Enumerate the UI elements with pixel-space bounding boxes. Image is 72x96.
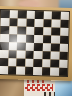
square-g6 xyxy=(51,27,60,35)
square-b4 xyxy=(8,42,17,50)
square-a5 xyxy=(0,34,9,42)
square-e7 xyxy=(34,19,43,27)
square-h2 xyxy=(59,60,68,68)
square-g7 xyxy=(51,19,60,27)
square-d2 xyxy=(25,59,34,67)
square-f5 xyxy=(43,35,52,43)
square-d5 xyxy=(26,35,35,43)
square-b5 xyxy=(9,34,18,42)
square-b7 xyxy=(9,18,18,26)
square-a8 xyxy=(1,10,10,18)
chessboard-inner-border xyxy=(0,9,70,77)
square-e4 xyxy=(34,43,43,51)
square-e3 xyxy=(34,51,43,59)
square-d4 xyxy=(25,43,34,51)
square-c8 xyxy=(18,10,27,18)
square-b2 xyxy=(8,58,17,66)
board-grid xyxy=(0,10,69,76)
square-h4 xyxy=(59,44,68,52)
square-c2 xyxy=(16,58,25,66)
square-e6 xyxy=(34,27,43,35)
square-f6 xyxy=(43,27,52,35)
square-c3 xyxy=(17,50,26,58)
square-e5 xyxy=(34,35,43,43)
square-f8 xyxy=(43,11,52,19)
square-g2 xyxy=(50,59,59,67)
square-g4 xyxy=(51,43,60,51)
square-b8 xyxy=(9,10,18,18)
square-f4 xyxy=(42,43,51,51)
square-h3 xyxy=(59,52,68,60)
square-d1 xyxy=(25,67,34,75)
chessboard-frame xyxy=(0,6,72,81)
square-g3 xyxy=(51,51,60,59)
square-a7 xyxy=(1,18,10,26)
square-h5 xyxy=(60,36,69,44)
square-h6 xyxy=(60,28,69,36)
square-e1 xyxy=(33,67,42,75)
square-h8 xyxy=(60,12,69,20)
square-b1 xyxy=(8,66,17,74)
square-e8 xyxy=(35,11,44,19)
square-h7 xyxy=(60,20,69,28)
square-d6 xyxy=(26,27,35,35)
square-e2 xyxy=(33,59,42,67)
square-f2 xyxy=(42,59,51,67)
square-a3 xyxy=(0,50,8,58)
background-red-marks xyxy=(27,80,45,83)
square-g1 xyxy=(50,67,59,75)
square-c7 xyxy=(17,18,26,26)
square-d7 xyxy=(26,19,35,27)
square-b6 xyxy=(9,26,18,34)
square-b3 xyxy=(8,50,17,58)
background-red-checker-print xyxy=(25,84,53,91)
square-c5 xyxy=(17,34,26,42)
square-f7 xyxy=(43,19,52,27)
square-f3 xyxy=(42,51,51,59)
square-h1 xyxy=(59,68,68,76)
chessboard-product-photo[interactable] xyxy=(0,0,72,96)
square-g5 xyxy=(51,35,60,43)
square-d3 xyxy=(25,51,34,59)
square-f1 xyxy=(42,67,51,75)
square-g8 xyxy=(52,11,61,19)
square-c1 xyxy=(16,66,25,74)
square-c6 xyxy=(17,26,26,34)
square-a6 xyxy=(0,26,9,34)
square-d8 xyxy=(26,11,35,19)
square-a4 xyxy=(0,42,9,50)
square-c4 xyxy=(17,42,26,50)
